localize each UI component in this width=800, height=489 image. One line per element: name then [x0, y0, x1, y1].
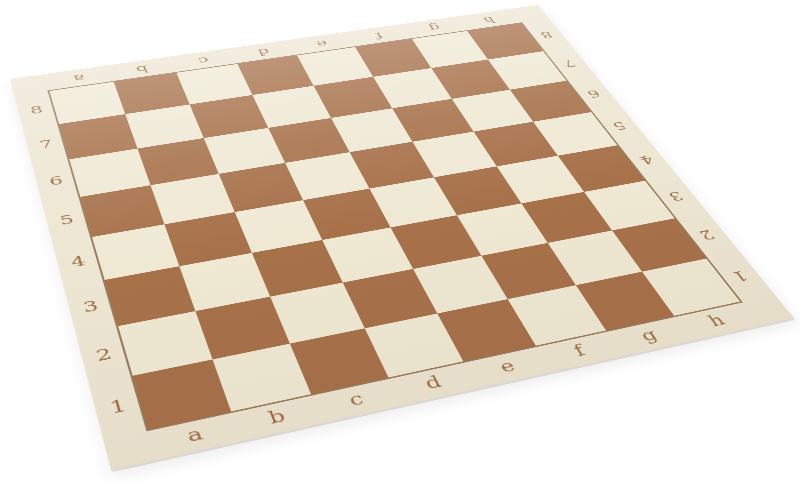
- chessboard: aabbccddeeffgghh8877665544332211: [10, 5, 794, 470]
- photo-canvas: aabbccddeeffgghh8877665544332211: [0, 0, 800, 489]
- board-grid: [49, 23, 740, 429]
